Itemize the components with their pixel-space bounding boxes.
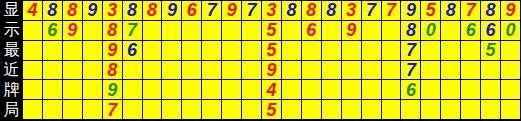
cell-digit: 9 xyxy=(346,21,356,39)
grid-cell-r6c6 xyxy=(123,100,142,119)
grid-cell-r3c11 xyxy=(222,41,241,60)
grid-cell-r5c18 xyxy=(362,80,381,99)
grid-cell-r1c2: 8 xyxy=(43,1,62,20)
cell-digit: 3 xyxy=(107,1,117,19)
grid-cell-r3c14 xyxy=(282,41,301,60)
grid-cell-r4c19 xyxy=(382,61,401,80)
grid-cell-r6c20 xyxy=(401,100,420,119)
grid-cell-r3c12 xyxy=(242,41,261,60)
grid-cell-r1c17: 3 xyxy=(342,1,361,20)
grid-cell-r4c23 xyxy=(461,61,480,80)
grid-cell-r4c14 xyxy=(282,61,301,80)
grid-cell-r2c9 xyxy=(182,21,201,40)
grid-cell-r1c9: 6 xyxy=(182,1,201,20)
cell-digit: 6 xyxy=(306,21,316,39)
cell-digit: 7 xyxy=(406,41,416,59)
grid-cell-r3c7 xyxy=(143,41,162,60)
grid-cell-r5c14 xyxy=(282,80,301,99)
grid-cell-r6c8 xyxy=(162,100,181,119)
grid-cell-r2c3: 9 xyxy=(63,21,82,40)
grid-cell-r3c1 xyxy=(23,41,42,60)
grid-cell-r3c21 xyxy=(421,41,440,60)
cell-digit: 7 xyxy=(207,1,217,19)
grid-cell-r1c3: 8 xyxy=(63,1,82,20)
grid-cell-r1c18: 7 xyxy=(362,1,381,20)
grid-cell-r3c6: 6 xyxy=(123,41,142,60)
grid-cell-r3c22 xyxy=(441,41,460,60)
grid-cell-r4c10 xyxy=(202,61,221,80)
grid-cell-r2c5: 8 xyxy=(103,21,122,40)
grid-cell-r2c18 xyxy=(362,21,381,40)
cell-digit: 8 xyxy=(286,1,296,19)
grid-cell-r5c15 xyxy=(302,80,321,99)
grid-cell-r3c18 xyxy=(362,41,381,60)
title-char-2: 示 xyxy=(0,20,23,40)
grid-cell-r5c22 xyxy=(441,80,460,99)
grid-cell-r3c24: 5 xyxy=(481,41,500,60)
grid-cell-r5c3 xyxy=(63,80,82,99)
cell-digit: 7 xyxy=(466,1,476,19)
cell-digit: 6 xyxy=(187,1,197,19)
grid-cell-r2c6: 7 xyxy=(123,21,142,40)
grid-cell-r2c19 xyxy=(382,21,401,40)
cell-digit: 6 xyxy=(127,41,137,59)
cell-digit: 4 xyxy=(266,80,276,98)
grid-cell-r3c16 xyxy=(322,41,341,60)
grid-cell-r1c5: 3 xyxy=(103,1,122,20)
grid-cell-r2c10 xyxy=(202,21,221,40)
grid-cell-r2c7 xyxy=(143,21,162,40)
grid-cell-r3c15 xyxy=(302,41,321,60)
grid-cell-r4c22 xyxy=(441,61,460,80)
grid-cell-r4c5: 8 xyxy=(103,61,122,80)
grid-cell-r2c15: 6 xyxy=(302,21,321,40)
grid-cell-r6c10 xyxy=(202,100,221,119)
grid-cell-r4c20: 7 xyxy=(401,61,420,80)
grid-cell-r2c11 xyxy=(222,21,241,40)
cell-digit: 7 xyxy=(386,1,396,19)
grid-cell-r2c13: 5 xyxy=(262,21,281,40)
cell-digit: 9 xyxy=(107,41,117,59)
cell-digit: 8 xyxy=(446,1,456,19)
cell-digit: 8 xyxy=(107,61,117,79)
cell-digit: 0 xyxy=(426,21,436,39)
grid-cell-r1c20: 9 xyxy=(401,1,420,20)
grid-cell-r2c24: 6 xyxy=(481,21,500,40)
cell-digit: 7 xyxy=(406,61,416,79)
cell-digit: 9 xyxy=(67,21,77,39)
cell-digit: 6 xyxy=(47,21,57,39)
grid-cell-r6c21 xyxy=(421,100,440,119)
grid-cell-r2c14 xyxy=(282,21,301,40)
title-char-3: 最 xyxy=(0,40,23,60)
cell-digit: 6 xyxy=(466,21,476,39)
cell-digit: 0 xyxy=(506,21,516,39)
grid-cell-r3c17 xyxy=(342,41,361,60)
grid-cell-r1c10: 7 xyxy=(202,1,221,20)
grid-cell-r6c7 xyxy=(143,100,162,119)
grid-cell-r5c25 xyxy=(501,80,520,99)
cell-digit: 5 xyxy=(486,41,496,59)
grid-cell-r3c20: 7 xyxy=(401,41,420,60)
cell-digit: 9 xyxy=(506,1,516,19)
grid-cell-r4c21 xyxy=(421,61,440,80)
cell-digit: 7 xyxy=(127,21,137,39)
grid-cell-r3c19 xyxy=(382,41,401,60)
grid-cell-r2c4 xyxy=(83,21,102,40)
grid-cell-r3c5: 9 xyxy=(103,41,122,60)
grid-cell-r1c21: 5 xyxy=(421,1,440,20)
grid-cell-r1c1: 4 xyxy=(23,1,42,20)
grid-cell-r6c15 xyxy=(302,100,321,119)
grid-cell-r3c9 xyxy=(182,41,201,60)
grid-cell-r2c12 xyxy=(242,21,261,40)
cell-digit: 8 xyxy=(406,21,416,39)
grid-cell-r5c7 xyxy=(143,80,162,99)
grid-cell-r2c16 xyxy=(322,21,341,40)
grid-cell-r5c13: 4 xyxy=(262,80,281,99)
grid-cell-r2c1 xyxy=(23,21,42,40)
grid-cell-r2c2: 6 xyxy=(43,21,62,40)
grid-cell-r4c3 xyxy=(63,61,82,80)
grid-cell-r1c11: 9 xyxy=(222,1,241,20)
cell-digit: 8 xyxy=(147,1,157,19)
grid-cell-r3c23 xyxy=(461,41,480,60)
cell-digit: 8 xyxy=(326,1,336,19)
grid-cell-r4c12 xyxy=(242,61,261,80)
grid-cell-r4c16 xyxy=(322,61,341,80)
grid-cell-r1c15: 8 xyxy=(302,1,321,20)
grid-cell-r5c8 xyxy=(162,80,181,99)
grid-cell-r6c25 xyxy=(501,100,520,119)
cell-digit: 9 xyxy=(227,1,237,19)
grid-cell-r6c11 xyxy=(222,100,241,119)
title-char-1: 显 xyxy=(0,0,23,20)
cell-digit: 5 xyxy=(266,100,276,118)
grid-cell-r6c24 xyxy=(481,100,500,119)
grid-cell-r6c2 xyxy=(43,100,62,119)
grid-cell-r1c13: 3 xyxy=(262,1,281,20)
grid-cell-r4c18 xyxy=(362,61,381,80)
grid-cell-r4c2 xyxy=(43,61,62,80)
grid-cell-r6c3 xyxy=(63,100,82,119)
grid-cell-r2c20: 8 xyxy=(401,21,420,40)
grid-cell-r1c22: 8 xyxy=(441,1,460,20)
board-title-vertical: 显示最近牌局 xyxy=(0,0,23,121)
grid-cell-r4c9 xyxy=(182,61,201,80)
grid-cell-r2c17: 9 xyxy=(342,21,361,40)
cell-digit: 8 xyxy=(67,1,77,19)
cell-digit: 8 xyxy=(486,1,496,19)
title-char-6: 局 xyxy=(0,101,23,121)
cell-digit: 7 xyxy=(366,1,376,19)
grid-cell-r5c21 xyxy=(421,80,440,99)
cell-digit: 5 xyxy=(426,1,436,19)
title-char-4: 近 xyxy=(0,61,23,81)
cell-digit: 7 xyxy=(247,1,257,19)
grid-cell-r3c4 xyxy=(83,41,102,60)
cell-digit: 5 xyxy=(266,41,276,59)
grid-cell-r5c6 xyxy=(123,80,142,99)
grid-cell-r6c19 xyxy=(382,100,401,119)
grid-cell-r2c8 xyxy=(162,21,181,40)
grid-cell-r4c24 xyxy=(481,61,500,80)
grid-cell-r6c1 xyxy=(23,100,42,119)
grid-cell-r1c4: 9 xyxy=(83,1,102,20)
grid-cell-r6c14 xyxy=(282,100,301,119)
title-char-5: 牌 xyxy=(0,81,23,101)
grid-cell-r4c15 xyxy=(302,61,321,80)
grid-cell-r4c17 xyxy=(342,61,361,80)
grid-cell-r1c7: 8 xyxy=(143,1,162,20)
cell-digit: 8 xyxy=(47,1,57,19)
grid-cell-r5c16 xyxy=(322,80,341,99)
grid-cell-r2c21: 0 xyxy=(421,21,440,40)
grid-cell-r2c23: 6 xyxy=(461,21,480,40)
cell-digit: 6 xyxy=(406,80,416,98)
grid-cell-r5c4 xyxy=(83,80,102,99)
grid-cell-r5c1 xyxy=(23,80,42,99)
grid-cell-r1c25: 9 xyxy=(501,1,520,20)
grid-cell-r3c8 xyxy=(162,41,181,60)
grid-cell-r6c17 xyxy=(342,100,361,119)
grid-cell-r5c12 xyxy=(242,80,261,99)
grid-cell-r1c24: 8 xyxy=(481,1,500,20)
grid-cell-r4c4 xyxy=(83,61,102,80)
cell-digit: 9 xyxy=(87,1,97,19)
grid-cell-r6c4 xyxy=(83,100,102,119)
grid-cell-r1c19: 7 xyxy=(382,1,401,20)
grid-cell-r2c25: 0 xyxy=(501,21,520,40)
grid-cell-r6c22 xyxy=(441,100,460,119)
grid-cell-r4c25 xyxy=(501,61,520,80)
grid-cell-r1c23: 7 xyxy=(461,1,480,20)
grid-cell-r6c18 xyxy=(362,100,381,119)
cell-digit: 8 xyxy=(306,1,316,19)
grid-cell-r6c12 xyxy=(242,100,261,119)
grid-cell-r3c2 xyxy=(43,41,62,60)
grid-cell-r4c7 xyxy=(143,61,162,80)
grid-cell-r4c8 xyxy=(162,61,181,80)
grid-cell-r5c17 xyxy=(342,80,361,99)
cell-digit: 4 xyxy=(27,1,37,19)
grid-cell-r4c11 xyxy=(222,61,241,80)
grid-cell-r3c25 xyxy=(501,41,520,60)
grid-cell-r3c10 xyxy=(202,41,221,60)
recent-games-board: 显示最近牌局 488938896797388837795878969875698… xyxy=(0,0,521,121)
grid-cell-r4c13: 9 xyxy=(262,61,281,80)
cell-digit: 9 xyxy=(167,1,177,19)
cell-digit: 3 xyxy=(266,1,276,19)
grid-cell-r6c9 xyxy=(182,100,201,119)
grid-cell-r3c13: 5 xyxy=(262,41,281,60)
cell-digit: 9 xyxy=(107,80,117,98)
grid-cell-r5c5: 9 xyxy=(103,80,122,99)
grid-cell-r4c1 xyxy=(23,61,42,80)
cell-digit: 9 xyxy=(266,61,276,79)
grid-cell-r5c24 xyxy=(481,80,500,99)
grid-cell-r5c9 xyxy=(182,80,201,99)
grid-cell-r4c6 xyxy=(123,61,142,80)
grid-cell-r1c14: 8 xyxy=(282,1,301,20)
grid-cell-r6c13: 5 xyxy=(262,100,281,119)
grid-cell-r5c19 xyxy=(382,80,401,99)
grid-cell-r5c2 xyxy=(43,80,62,99)
grid-cell-r6c16 xyxy=(322,100,341,119)
cell-digit: 5 xyxy=(266,21,276,39)
grid-cell-r5c23 xyxy=(461,80,480,99)
cell-digit: 6 xyxy=(486,21,496,39)
grid-cell-r1c8: 9 xyxy=(162,1,181,20)
grid-cell-r6c5: 7 xyxy=(103,100,122,119)
cell-digit: 8 xyxy=(107,21,117,39)
grid-cell-r5c11 xyxy=(222,80,241,99)
grid-cell-r6c23 xyxy=(461,100,480,119)
results-grid: 4889388967973888377958789698756980660965… xyxy=(23,0,521,121)
grid-cell-r1c16: 8 xyxy=(322,1,341,20)
cell-digit: 8 xyxy=(127,1,137,19)
grid-cell-r2c22 xyxy=(441,21,460,40)
cell-digit: 3 xyxy=(346,1,356,19)
grid-cell-r1c6: 8 xyxy=(123,1,142,20)
grid-cell-r5c10 xyxy=(202,80,221,99)
cell-digit: 7 xyxy=(107,100,117,118)
grid-cell-r3c3 xyxy=(63,41,82,60)
grid-cell-r5c20: 6 xyxy=(401,80,420,99)
cell-digit: 9 xyxy=(406,1,416,19)
grid-cell-r1c12: 7 xyxy=(242,1,261,20)
